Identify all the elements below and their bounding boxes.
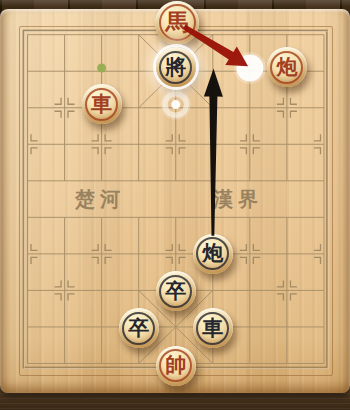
analysis-arrows xyxy=(0,0,350,410)
red-arrow xyxy=(183,25,248,66)
black-arrow xyxy=(204,69,223,236)
xiangqi-board-screen: 楚河 漢界 馬將炮車炮卒卒車帥 xyxy=(0,0,350,410)
